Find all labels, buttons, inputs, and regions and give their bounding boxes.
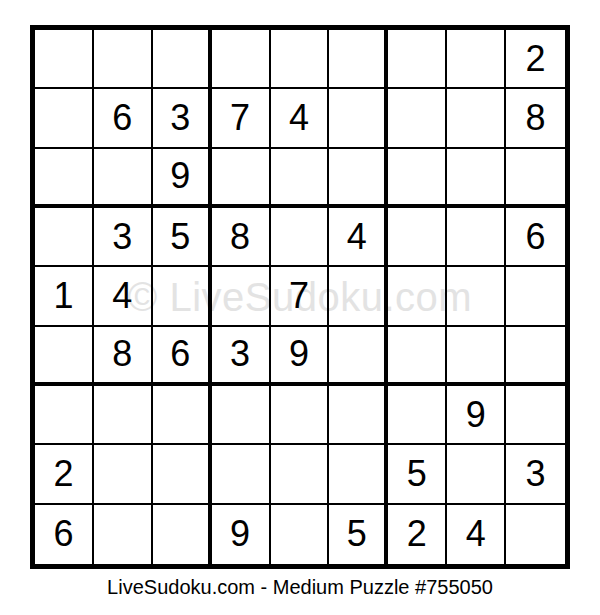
cell-r8c9[interactable]: 3 <box>506 445 565 504</box>
cell-r9c7[interactable]: 2 <box>388 505 447 564</box>
cell-r8c2[interactable] <box>94 445 153 504</box>
cell-r5c7[interactable] <box>388 267 447 326</box>
cell-r4c4[interactable]: 8 <box>212 208 271 267</box>
cell-r3c1[interactable] <box>35 149 94 208</box>
cell-r6c3[interactable]: 6 <box>153 327 212 386</box>
cell-r8c7[interactable]: 5 <box>388 445 447 504</box>
cell-r7c1[interactable] <box>35 386 94 445</box>
cell-r1c1[interactable] <box>35 30 94 89</box>
cell-r2c1[interactable] <box>35 89 94 148</box>
cell-r6c4[interactable]: 3 <box>212 327 271 386</box>
cell-r6c9[interactable] <box>506 327 565 386</box>
cell-r6c6[interactable] <box>329 327 388 386</box>
cell-r1c3[interactable] <box>153 30 212 89</box>
cell-r1c6[interactable] <box>329 30 388 89</box>
cell-r7c8[interactable]: 9 <box>447 386 506 445</box>
cell-r1c4[interactable] <box>212 30 271 89</box>
cell-r9c1[interactable]: 6 <box>35 505 94 564</box>
cell-r9c6[interactable]: 5 <box>329 505 388 564</box>
cell-r7c4[interactable] <box>212 386 271 445</box>
cell-r2c9[interactable]: 8 <box>506 89 565 148</box>
cell-r2c3[interactable]: 3 <box>153 89 212 148</box>
cell-r2c2[interactable]: 6 <box>94 89 153 148</box>
cell-r6c8[interactable] <box>447 327 506 386</box>
cell-r2c5[interactable]: 4 <box>271 89 330 148</box>
cell-r7c9[interactable] <box>506 386 565 445</box>
cell-r7c2[interactable] <box>94 386 153 445</box>
cell-r7c7[interactable] <box>388 386 447 445</box>
cell-r9c9[interactable] <box>506 505 565 564</box>
cell-r8c5[interactable] <box>271 445 330 504</box>
cell-r5c8[interactable] <box>447 267 506 326</box>
cell-r2c6[interactable] <box>329 89 388 148</box>
cell-r8c6[interactable] <box>329 445 388 504</box>
cell-r3c4[interactable] <box>212 149 271 208</box>
cell-r6c5[interactable]: 9 <box>271 327 330 386</box>
cell-r3c3[interactable]: 9 <box>153 149 212 208</box>
cell-r4c7[interactable] <box>388 208 447 267</box>
cell-r5c4[interactable] <box>212 267 271 326</box>
cell-r9c2[interactable] <box>94 505 153 564</box>
cell-r9c3[interactable] <box>153 505 212 564</box>
cell-r7c5[interactable] <box>271 386 330 445</box>
cell-r4c6[interactable]: 4 <box>329 208 388 267</box>
cell-r5c1[interactable]: 1 <box>35 267 94 326</box>
cell-r8c3[interactable] <box>153 445 212 504</box>
puzzle-caption: LiveSudoku.com - Medium Puzzle #755050 <box>0 576 600 599</box>
sudoku-page: © LiveSudoku.com 26374893584614786399253… <box>0 0 600 615</box>
cell-r3c7[interactable] <box>388 149 447 208</box>
sudoku-board: 2637489358461478639925369524 <box>30 25 570 569</box>
cell-r5c9[interactable] <box>506 267 565 326</box>
cell-r1c2[interactable] <box>94 30 153 89</box>
cell-r8c1[interactable]: 2 <box>35 445 94 504</box>
cell-r1c5[interactable] <box>271 30 330 89</box>
cell-r4c3[interactable]: 5 <box>153 208 212 267</box>
cell-r8c4[interactable] <box>212 445 271 504</box>
cell-r9c5[interactable] <box>271 505 330 564</box>
cell-r6c1[interactable] <box>35 327 94 386</box>
cell-r2c8[interactable] <box>447 89 506 148</box>
cell-r7c6[interactable] <box>329 386 388 445</box>
cell-r5c3[interactable] <box>153 267 212 326</box>
cell-r5c2[interactable]: 4 <box>94 267 153 326</box>
cell-r5c5[interactable]: 7 <box>271 267 330 326</box>
cell-r9c8[interactable]: 4 <box>447 505 506 564</box>
cell-r3c2[interactable] <box>94 149 153 208</box>
cell-r4c8[interactable] <box>447 208 506 267</box>
cell-r9c4[interactable]: 9 <box>212 505 271 564</box>
cell-r5c6[interactable] <box>329 267 388 326</box>
cell-r6c2[interactable]: 8 <box>94 327 153 386</box>
cell-r7c3[interactable] <box>153 386 212 445</box>
cell-r4c5[interactable] <box>271 208 330 267</box>
cell-r6c7[interactable] <box>388 327 447 386</box>
cell-r3c6[interactable] <box>329 149 388 208</box>
cell-r1c8[interactable] <box>447 30 506 89</box>
cell-r3c5[interactable] <box>271 149 330 208</box>
cell-r3c9[interactable] <box>506 149 565 208</box>
cell-r2c7[interactable] <box>388 89 447 148</box>
cell-r1c7[interactable] <box>388 30 447 89</box>
cell-r4c9[interactable]: 6 <box>506 208 565 267</box>
cell-r8c8[interactable] <box>447 445 506 504</box>
cell-r4c2[interactable]: 3 <box>94 208 153 267</box>
cell-r1c9[interactable]: 2 <box>506 30 565 89</box>
cell-r2c4[interactable]: 7 <box>212 89 271 148</box>
cell-r4c1[interactable] <box>35 208 94 267</box>
cell-r3c8[interactable] <box>447 149 506 208</box>
